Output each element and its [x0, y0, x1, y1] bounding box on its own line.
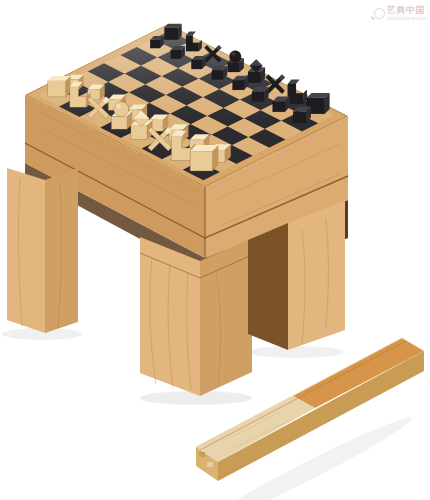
table-leg-front-face-a: [140, 237, 200, 396]
watermark-subtext: yidianchina.com: [387, 16, 427, 21]
magnifier-seal-icon: [374, 8, 385, 19]
watermark: 艺典中国 yidianchina.com: [374, 6, 427, 21]
table-leg-right-face-b: [288, 201, 345, 350]
table-leg-front-face-b: [200, 238, 252, 396]
finger-joint: [199, 452, 205, 457]
auction-photo-chess-table: 艺典中国 yidianchina.com: [0, 0, 430, 500]
table-leg-left-face-a: [7, 168, 45, 333]
table-leg-right-face-a: [248, 223, 288, 350]
watermark-text: 艺典中国: [387, 6, 427, 15]
finger-joint: [207, 462, 213, 467]
leg-shadow: [248, 346, 344, 358]
